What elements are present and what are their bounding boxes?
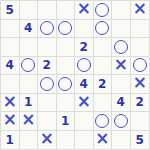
cell-r5-c3[interactable] xyxy=(38,75,57,94)
cell-r6-c7: 4 xyxy=(112,94,131,113)
cell-r5-c8[interactable]: × xyxy=(131,75,150,94)
cell-r1-c6[interactable] xyxy=(94,1,113,20)
clue-number: 2 xyxy=(136,96,144,108)
cell-r6-c4[interactable] xyxy=(57,94,76,113)
x-mark-icon: × xyxy=(133,75,147,91)
x-mark-icon: × xyxy=(3,112,17,128)
o-mark-icon xyxy=(95,21,109,35)
cell-r6-c3[interactable] xyxy=(38,94,57,113)
cell-r2-c5[interactable] xyxy=(75,20,94,39)
clue-number: 1 xyxy=(24,96,32,108)
cell-r2-c3[interactable] xyxy=(38,20,57,39)
cell-r5-c2[interactable] xyxy=(20,75,39,94)
cell-r2-c6[interactable] xyxy=(94,20,113,39)
cell-r4-c8[interactable] xyxy=(131,57,150,76)
o-mark-icon xyxy=(77,58,91,72)
cell-r7-c3[interactable] xyxy=(38,112,57,131)
o-mark-icon xyxy=(40,21,54,35)
cell-r8-c3[interactable]: × xyxy=(38,131,57,150)
cell-r3-c7[interactable] xyxy=(112,38,131,57)
cell-r8-c4[interactable] xyxy=(57,131,76,150)
clue-number: 2 xyxy=(80,40,88,52)
cell-r1-c3[interactable] xyxy=(38,1,57,20)
cell-r3-c8[interactable] xyxy=(131,38,150,57)
cell-r7-c1[interactable]: × xyxy=(1,112,20,131)
cell-r3-c3[interactable] xyxy=(38,38,57,57)
x-mark-icon: × xyxy=(21,112,35,128)
cell-r5-c4[interactable] xyxy=(57,75,76,94)
cell-r8-c8: 5 xyxy=(131,131,150,150)
clue-number: 4 xyxy=(80,77,88,89)
cell-r2-c8[interactable] xyxy=(131,20,150,39)
cell-r3-c5: 2 xyxy=(75,38,94,57)
o-mark-icon xyxy=(40,77,54,91)
cell-r6-c2: 1 xyxy=(20,94,39,113)
cell-r2-c4[interactable] xyxy=(57,20,76,39)
cell-r4-c4[interactable] xyxy=(57,57,76,76)
clue-number: 5 xyxy=(6,3,14,15)
o-mark-icon xyxy=(133,58,147,72)
x-mark-icon: × xyxy=(77,1,91,17)
puzzle-board: 5××4242×42××1×42××11××5 xyxy=(0,0,150,150)
o-mark-icon xyxy=(95,114,109,128)
o-mark-icon xyxy=(95,3,109,17)
x-mark-icon: × xyxy=(95,131,109,148)
cell-r2-c7[interactable] xyxy=(112,20,131,39)
cell-r1-c8[interactable]: × xyxy=(131,1,150,20)
x-mark-icon: × xyxy=(114,57,128,73)
o-mark-icon xyxy=(58,77,72,91)
cell-r8-c1: 1 xyxy=(1,131,20,150)
clue-number: 4 xyxy=(117,96,125,108)
cell-r4-c6[interactable] xyxy=(94,57,113,76)
cell-r3-c6[interactable] xyxy=(94,38,113,57)
o-mark-icon xyxy=(114,40,128,54)
cell-r8-c6[interactable]: × xyxy=(94,131,113,150)
cell-r4-c7[interactable]: × xyxy=(112,57,131,76)
x-mark-icon: × xyxy=(40,131,54,148)
x-mark-icon: × xyxy=(3,94,17,110)
cell-r2-c1[interactable] xyxy=(1,20,20,39)
cell-r4-c1: 4 xyxy=(1,57,20,76)
cell-r1-c1: 5 xyxy=(1,1,20,20)
clue-number: 1 xyxy=(6,133,14,145)
clue-number: 4 xyxy=(6,59,14,71)
x-mark-icon: × xyxy=(77,94,91,110)
cell-r6-c8: 2 xyxy=(131,94,150,113)
cell-r1-c2[interactable] xyxy=(20,1,39,20)
cell-r7-c2[interactable]: × xyxy=(20,112,39,131)
cell-r3-c4[interactable] xyxy=(57,38,76,57)
cell-r5-c5: 4 xyxy=(75,75,94,94)
cell-r1-c7[interactable] xyxy=(112,1,131,20)
clue-number: 2 xyxy=(98,77,106,89)
clue-number: 1 xyxy=(61,114,69,126)
cell-r4-c2[interactable] xyxy=(20,57,39,76)
cell-r8-c5[interactable] xyxy=(75,131,94,150)
cell-r6-c1[interactable]: × xyxy=(1,94,20,113)
cell-r5-c7[interactable] xyxy=(112,75,131,94)
cell-r6-c5[interactable]: × xyxy=(75,94,94,113)
cell-r7-c6[interactable] xyxy=(94,112,113,131)
clue-number: 4 xyxy=(24,22,32,34)
cell-r1-c5[interactable]: × xyxy=(75,1,94,20)
cell-r2-c2: 4 xyxy=(20,20,39,39)
cell-r8-c2[interactable] xyxy=(20,131,39,150)
cell-r8-c7[interactable] xyxy=(112,131,131,150)
cell-r1-c4[interactable] xyxy=(57,1,76,20)
x-mark-icon: × xyxy=(133,1,147,17)
o-mark-icon xyxy=(58,21,72,35)
cell-r7-c4: 1 xyxy=(57,112,76,131)
cell-r5-c1[interactable] xyxy=(1,75,20,94)
cell-r7-c8[interactable] xyxy=(131,112,150,131)
cell-r3-c1[interactable] xyxy=(1,38,20,57)
o-mark-icon xyxy=(21,58,35,72)
o-mark-icon xyxy=(114,114,128,128)
cell-r4-c5[interactable] xyxy=(75,57,94,76)
cell-r6-c6[interactable] xyxy=(94,94,113,113)
cell-r4-c3: 2 xyxy=(38,57,57,76)
clue-number: 2 xyxy=(43,59,51,71)
cell-r3-c2[interactable] xyxy=(20,38,39,57)
cell-r7-c5[interactable] xyxy=(75,112,94,131)
cell-r7-c7[interactable] xyxy=(112,112,131,131)
clue-number: 5 xyxy=(136,133,144,145)
cell-r5-c6: 2 xyxy=(94,75,113,94)
